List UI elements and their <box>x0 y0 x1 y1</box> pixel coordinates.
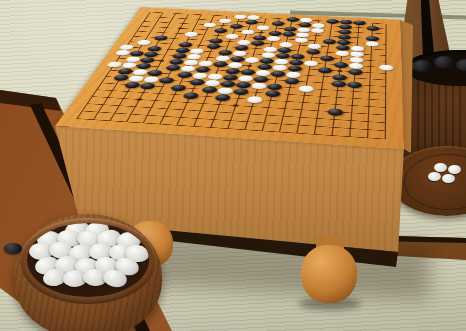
stone-black[interactable] <box>353 20 366 25</box>
stone-white[interactable] <box>142 76 160 83</box>
stone-white[interactable] <box>215 55 231 61</box>
stone-black[interactable] <box>288 59 303 65</box>
stone-white[interactable] <box>188 48 204 54</box>
stone-black[interactable] <box>208 38 223 44</box>
stone-black[interactable] <box>348 69 363 76</box>
stone-black[interactable] <box>336 45 350 51</box>
stone-white[interactable] <box>349 51 363 57</box>
stone-black[interactable] <box>277 47 292 53</box>
stone-white[interactable] <box>240 29 254 34</box>
stone-white[interactable] <box>202 22 217 27</box>
stone-black[interactable] <box>201 86 218 93</box>
bowl-black-stone <box>456 59 466 71</box>
stone-white[interactable] <box>348 62 363 68</box>
star-point <box>178 27 183 29</box>
stone-white[interactable] <box>218 18 232 23</box>
stone-black[interactable] <box>128 50 145 56</box>
stone-black[interactable] <box>235 81 252 88</box>
stone-black[interactable] <box>365 36 378 42</box>
star-point <box>136 98 143 101</box>
stone-white[interactable] <box>216 87 233 94</box>
star-point <box>247 65 253 67</box>
stone-black[interactable] <box>331 80 346 87</box>
stone-white[interactable] <box>179 65 196 72</box>
stone-white[interactable] <box>349 57 363 63</box>
stone-white[interactable] <box>298 85 314 92</box>
stone-black[interactable] <box>146 70 163 77</box>
stone-black[interactable] <box>250 40 265 46</box>
stone-black[interactable] <box>270 70 286 77</box>
board-grid[interactable] <box>76 12 386 139</box>
stone-black[interactable] <box>112 74 130 81</box>
go-scene <box>0 0 466 331</box>
captured-white-stone <box>448 165 461 174</box>
stone-white[interactable] <box>191 72 208 79</box>
stone-black[interactable] <box>212 61 228 67</box>
stone-white[interactable] <box>272 64 288 70</box>
stone-black[interactable] <box>281 31 295 36</box>
stone-black[interactable] <box>346 81 361 88</box>
stone-black[interactable] <box>219 80 236 87</box>
stone-black[interactable] <box>290 53 305 59</box>
stone-white[interactable] <box>224 34 239 40</box>
bowl-black-stone <box>434 56 454 68</box>
stone-white[interactable] <box>256 25 270 30</box>
stone-black[interactable] <box>287 65 302 72</box>
stone-white[interactable] <box>335 50 349 56</box>
stone-white[interactable] <box>183 31 198 36</box>
stone-black[interactable] <box>139 57 156 63</box>
stone-black[interactable] <box>176 71 193 78</box>
stone-black[interactable] <box>336 39 350 45</box>
stone-black[interactable] <box>177 42 193 48</box>
stone-black[interactable] <box>239 69 255 76</box>
stone-black[interactable] <box>271 21 285 26</box>
star-point <box>259 32 264 34</box>
stone-white[interactable] <box>204 79 221 86</box>
stone-white[interactable] <box>131 69 148 76</box>
stone-white[interactable] <box>278 42 293 48</box>
stone-black[interactable] <box>234 45 249 51</box>
stone-black[interactable] <box>244 19 258 24</box>
stone-black[interactable] <box>317 67 332 74</box>
stone-white[interactable] <box>379 64 393 70</box>
captured-white-stone <box>428 172 441 181</box>
stone-white[interactable] <box>114 50 131 56</box>
stone-black[interactable] <box>283 26 297 31</box>
stone-white[interactable] <box>136 40 152 46</box>
stone-white[interactable] <box>127 75 145 82</box>
stone-white[interactable] <box>124 56 141 62</box>
stone-black[interactable] <box>283 78 299 85</box>
captured-white-stone <box>442 174 455 183</box>
stone-black[interactable] <box>171 53 187 59</box>
stone-white[interactable] <box>255 69 271 76</box>
stone-white[interactable] <box>307 43 321 49</box>
white-bowl-interior <box>27 223 149 297</box>
stone-black[interactable] <box>214 94 231 101</box>
stone-black[interactable] <box>366 26 379 31</box>
stone-white[interactable] <box>233 14 247 19</box>
stone-white[interactable] <box>118 44 134 50</box>
stone-black[interactable] <box>322 39 336 45</box>
stone-black[interactable] <box>257 63 273 69</box>
star-point <box>159 60 165 62</box>
board-leg-right <box>301 245 357 303</box>
stone-black[interactable] <box>213 28 228 33</box>
stone-black[interactable] <box>264 90 281 97</box>
stone-black[interactable] <box>222 74 239 81</box>
stone-white[interactable] <box>285 71 301 78</box>
stone-white[interactable] <box>186 54 202 60</box>
stone-black[interactable] <box>138 82 156 89</box>
stone-white[interactable] <box>236 39 251 45</box>
stone-white[interactable] <box>120 62 137 68</box>
stone-black[interactable] <box>268 31 282 36</box>
stone-black[interactable] <box>224 68 240 75</box>
stone-black[interactable] <box>153 35 169 41</box>
stone-black[interactable] <box>194 66 211 73</box>
stone-white[interactable] <box>295 32 309 37</box>
stone-white[interactable] <box>350 45 364 51</box>
stone-white[interactable] <box>365 41 379 47</box>
stone-white[interactable] <box>246 96 263 104</box>
stone-black[interactable] <box>217 49 233 55</box>
stone-black[interactable] <box>116 68 134 75</box>
stone-white[interactable] <box>206 73 223 80</box>
stone-black[interactable] <box>319 55 334 61</box>
stone-black[interactable] <box>252 76 268 83</box>
star-point <box>233 104 239 107</box>
stone-white[interactable] <box>231 50 246 56</box>
stone-white[interactable] <box>182 59 198 65</box>
stone-black[interactable] <box>174 47 190 53</box>
stone-black[interactable] <box>337 34 351 40</box>
stone-white[interactable] <box>250 82 266 89</box>
stone-black[interactable] <box>182 92 200 99</box>
stone-white[interactable] <box>273 58 288 64</box>
stone-black[interactable] <box>229 56 245 62</box>
stone-black[interactable] <box>157 77 174 84</box>
stone-black[interactable] <box>333 62 348 68</box>
stone-black[interactable] <box>326 19 339 24</box>
stone-black[interactable] <box>286 17 300 22</box>
stone-black[interactable] <box>164 64 181 70</box>
bowl-lid-ring <box>404 154 466 209</box>
stone-white[interactable] <box>262 46 277 52</box>
loose-black-stone <box>4 243 22 254</box>
stone-white[interactable] <box>310 28 324 33</box>
stone-black[interactable] <box>142 51 159 57</box>
stone-black[interactable] <box>188 79 205 86</box>
stone-black[interactable] <box>168 58 185 64</box>
stone-black[interactable] <box>259 58 274 64</box>
stone-black[interactable] <box>327 108 343 116</box>
stone-white[interactable] <box>303 60 318 66</box>
captured-white-stone <box>434 163 447 172</box>
stone-black[interactable] <box>169 84 187 91</box>
stone-black[interactable] <box>205 43 220 49</box>
stone-black[interactable] <box>331 74 346 81</box>
stone-white[interactable] <box>244 57 260 63</box>
stone-black[interactable] <box>146 46 162 52</box>
stone-black[interactable] <box>266 83 282 90</box>
stone-black[interactable] <box>252 35 267 41</box>
stone-white[interactable] <box>296 27 310 32</box>
stone-black[interactable] <box>306 49 321 55</box>
stone-white[interactable] <box>197 60 213 66</box>
star-point <box>337 70 342 72</box>
stone-white[interactable] <box>260 52 275 58</box>
stone-black[interactable] <box>229 24 243 29</box>
stone-white[interactable] <box>227 62 243 68</box>
bowl-black-stone <box>412 60 432 72</box>
stone-black[interactable] <box>232 88 249 95</box>
stone-black[interactable] <box>123 81 141 88</box>
stone-white[interactable] <box>294 37 308 43</box>
stone-black[interactable] <box>135 63 152 69</box>
stone-black[interactable] <box>275 53 290 59</box>
stone-white[interactable] <box>106 61 123 67</box>
stone-white[interactable] <box>266 36 280 42</box>
stone-white[interactable] <box>237 75 253 82</box>
